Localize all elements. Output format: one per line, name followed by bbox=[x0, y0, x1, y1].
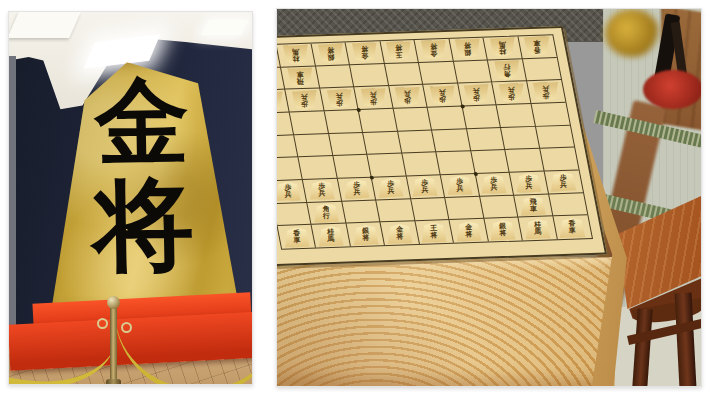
shogi-board: 香車桂馬銀将金将玉将金将銀将桂馬香車飛車角行歩兵歩兵歩兵歩兵歩兵歩兵歩兵歩兵歩兵… bbox=[276, 26, 607, 266]
piece-pawn: 歩兵 bbox=[549, 172, 579, 192]
square-2-8: 飛車 bbox=[514, 194, 553, 218]
square-6-7: 歩兵 bbox=[372, 176, 411, 200]
square-1-7: 歩兵 bbox=[544, 170, 583, 194]
piece-king: 玉将 bbox=[385, 41, 414, 61]
piece-lance: 香車 bbox=[523, 37, 553, 57]
square-5-1: 玉将 bbox=[380, 40, 419, 64]
square-2-4 bbox=[497, 104, 536, 128]
piece-pawn: 歩兵 bbox=[393, 86, 422, 106]
square-8-7: 歩兵 bbox=[303, 179, 342, 203]
piece-silver: 銀将 bbox=[454, 39, 483, 59]
piece-pawn: 歩兵 bbox=[359, 88, 388, 108]
square-4-6 bbox=[437, 151, 476, 175]
square-4-8 bbox=[445, 197, 484, 221]
square-7-7: 歩兵 bbox=[338, 178, 377, 202]
square-1-9: 香車 bbox=[553, 215, 592, 239]
square-5-5 bbox=[398, 130, 437, 154]
square-1-4 bbox=[531, 103, 570, 127]
square-1-8 bbox=[549, 193, 588, 217]
piece-pawn: 歩兵 bbox=[325, 89, 354, 109]
square-5-7: 歩兵 bbox=[407, 175, 446, 199]
piece-knight: 桂馬 bbox=[523, 218, 552, 239]
square-3-6 bbox=[471, 150, 510, 174]
square-4-3: 歩兵 bbox=[423, 84, 462, 108]
square-1-2 bbox=[522, 58, 561, 82]
piece-knight: 桂馬 bbox=[488, 38, 517, 58]
square-2-2: 角行 bbox=[488, 59, 527, 83]
square-2-5 bbox=[501, 127, 540, 151]
square-6-5 bbox=[363, 131, 402, 155]
square-5-9: 王将 bbox=[415, 220, 454, 244]
square-6-2 bbox=[350, 64, 389, 88]
square-4-5 bbox=[432, 129, 471, 153]
square-7-6 bbox=[333, 155, 372, 179]
square-9-8 bbox=[276, 203, 312, 227]
piece-pawn: 歩兵 bbox=[290, 90, 319, 110]
ceiling-beam bbox=[8, 12, 81, 38]
piece-pawn: 歩兵 bbox=[514, 173, 543, 193]
board-front-face bbox=[276, 255, 615, 387]
square-4-1: 金将 bbox=[415, 39, 454, 63]
piece-king: 王将 bbox=[420, 222, 449, 243]
square-6-4 bbox=[359, 109, 398, 133]
square-7-4 bbox=[325, 110, 364, 134]
square-8-5 bbox=[295, 134, 334, 158]
square-3-8 bbox=[480, 195, 519, 219]
square-4-7: 歩兵 bbox=[441, 174, 480, 198]
piece-gold: 金将 bbox=[350, 43, 379, 63]
square-8-4 bbox=[290, 111, 329, 135]
piece-pawn: 歩兵 bbox=[411, 177, 440, 197]
square-1-1: 香車 bbox=[518, 35, 557, 59]
piece-lance: 香車 bbox=[558, 217, 588, 238]
piece-knight: 桂馬 bbox=[281, 45, 310, 65]
square-3-4 bbox=[462, 105, 501, 129]
square-1-3: 歩兵 bbox=[527, 80, 566, 104]
square-6-1: 金将 bbox=[346, 41, 385, 65]
square-9-7: 歩兵 bbox=[276, 180, 308, 204]
square-7-5 bbox=[329, 133, 368, 157]
square-5-6 bbox=[402, 153, 441, 177]
square-7-2 bbox=[316, 65, 355, 89]
piece-silver: 銀将 bbox=[489, 219, 518, 240]
square-3-7: 歩兵 bbox=[475, 173, 514, 197]
square-2-9: 桂馬 bbox=[519, 217, 558, 241]
star-point bbox=[473, 172, 478, 176]
square-8-6 bbox=[299, 156, 338, 180]
piece-bishop: 角行 bbox=[492, 60, 521, 80]
square-2-6 bbox=[505, 149, 544, 173]
square-7-1: 銀将 bbox=[311, 42, 350, 66]
photo-giant-gold-general: 金 将 bbox=[8, 11, 253, 385]
piece-rook: 飛車 bbox=[519, 195, 548, 215]
piece-pawn: 歩兵 bbox=[308, 180, 337, 200]
square-6-8 bbox=[377, 199, 416, 223]
square-4-2 bbox=[419, 61, 458, 85]
square-5-4 bbox=[393, 108, 432, 132]
brass-object bbox=[605, 9, 659, 57]
square-6-6 bbox=[368, 154, 407, 178]
star-point bbox=[460, 104, 465, 108]
piece-pawn: 歩兵 bbox=[276, 181, 302, 201]
square-3-1: 銀将 bbox=[449, 38, 488, 62]
square-1-6 bbox=[540, 148, 579, 172]
square-2-7: 歩兵 bbox=[510, 172, 549, 196]
rope-hook-left bbox=[97, 318, 108, 329]
piece-silver: 銀将 bbox=[316, 44, 345, 64]
piece-pawn: 歩兵 bbox=[276, 91, 285, 111]
square-6-9: 金将 bbox=[381, 221, 420, 245]
piece-pawn: 歩兵 bbox=[480, 174, 509, 194]
star-point bbox=[370, 176, 375, 180]
square-5-8 bbox=[411, 198, 450, 222]
piece-gold: 金将 bbox=[419, 40, 448, 60]
star-point bbox=[357, 108, 362, 112]
piece-pawn: 歩兵 bbox=[497, 83, 526, 103]
ceiling-light-right bbox=[201, 20, 249, 35]
stanchion-ball-top bbox=[107, 296, 120, 309]
piece-gold: 金将 bbox=[385, 223, 414, 244]
piece-pawn: 歩兵 bbox=[462, 84, 491, 104]
square-5-2 bbox=[385, 63, 424, 87]
piece-pawn: 歩兵 bbox=[531, 82, 561, 102]
square-4-4 bbox=[428, 106, 467, 130]
piece-silver: 銀将 bbox=[351, 224, 380, 245]
square-8-2: 飛車 bbox=[281, 66, 320, 90]
square-8-1: 桂馬 bbox=[277, 44, 316, 68]
square-2-3: 歩兵 bbox=[492, 81, 531, 105]
square-7-9: 銀将 bbox=[346, 223, 385, 247]
piece-pawn: 歩兵 bbox=[445, 175, 474, 195]
square-7-8 bbox=[342, 200, 381, 224]
piece-pawn: 歩兵 bbox=[428, 85, 457, 105]
square-3-9: 銀将 bbox=[484, 218, 523, 242]
piece-pawn: 歩兵 bbox=[342, 179, 371, 199]
photo-shogi-board: 香車桂馬銀将金将玉将金将銀将桂馬香車飛車角行歩兵歩兵歩兵歩兵歩兵歩兵歩兵歩兵歩兵… bbox=[276, 8, 702, 387]
monument-kanji-general: 将 bbox=[45, 172, 243, 276]
rope-hook-right bbox=[121, 322, 132, 333]
square-8-9: 桂馬 bbox=[312, 224, 351, 248]
square-9-9: 香車 bbox=[278, 225, 317, 249]
red-round-base bbox=[643, 70, 702, 109]
piece-knight: 桂馬 bbox=[317, 225, 346, 246]
square-6-3: 歩兵 bbox=[355, 86, 394, 110]
piece-lance: 香車 bbox=[282, 226, 311, 247]
piece-gold: 金将 bbox=[454, 220, 483, 241]
square-8-8: 角行 bbox=[308, 201, 347, 225]
square-1-5 bbox=[536, 125, 575, 149]
stanchion-base bbox=[106, 379, 121, 385]
square-8-3: 歩兵 bbox=[286, 89, 325, 113]
piece-bishop: 角行 bbox=[312, 203, 341, 223]
square-7-3: 歩兵 bbox=[320, 88, 359, 112]
square-3-3: 歩兵 bbox=[458, 83, 497, 107]
piece-pawn: 歩兵 bbox=[377, 178, 406, 198]
square-5-3: 歩兵 bbox=[389, 85, 428, 109]
piece-rook: 飛車 bbox=[286, 68, 315, 88]
square-3-5 bbox=[467, 128, 506, 152]
square-4-9: 金将 bbox=[450, 219, 489, 243]
rope-stanchion bbox=[110, 308, 117, 385]
square-2-1: 桂馬 bbox=[484, 36, 523, 60]
square-3-2 bbox=[454, 60, 493, 84]
board-grid: 香車桂馬銀将金将玉将金将銀将桂馬香車飛車角行歩兵歩兵歩兵歩兵歩兵歩兵歩兵歩兵歩兵… bbox=[276, 34, 593, 250]
